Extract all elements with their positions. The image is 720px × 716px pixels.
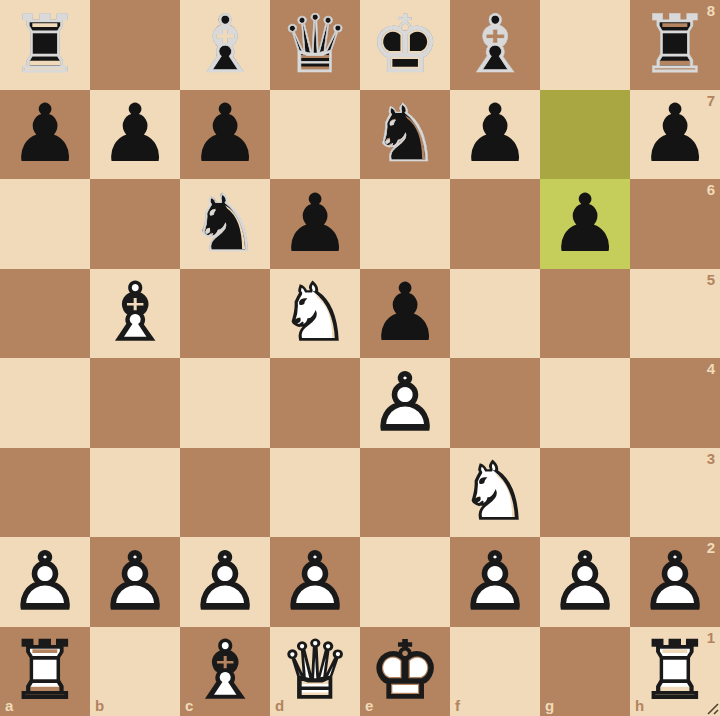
square-g7[interactable]: [540, 90, 630, 180]
file-label-b: b: [95, 697, 104, 714]
square-e2[interactable]: [360, 537, 450, 627]
rank-label-2: 2: [707, 539, 715, 556]
square-f7[interactable]: ♟♙: [450, 90, 540, 180]
square-f1[interactable]: f: [450, 627, 540, 716]
black-pawn[interactable]: ♟♙: [540, 179, 630, 269]
board-area: ♜♖♝♗♛♕♚♔♝♗♜♖8♟♙♟♙♟♙♞♘♟♙♟♙7♞♘♟♙♟♙6♝♗♞♘♟♙5…: [0, 0, 720, 716]
chess-board: ♜♖♝♗♛♕♚♔♝♗♜♖8♟♙♟♙♟♙♞♘♟♙♟♙7♞♘♟♙♟♙6♝♗♞♘♟♙5…: [0, 0, 720, 716]
white-rook[interactable]: ♜♖: [0, 627, 90, 716]
white-knight-outline: ♘: [270, 269, 360, 359]
square-g4[interactable]: [540, 358, 630, 448]
square-e7[interactable]: ♞♘: [360, 90, 450, 180]
square-e1[interactable]: ♚♔e: [360, 627, 450, 716]
white-king-outline: ♔: [360, 627, 450, 716]
white-pawn[interactable]: ♟♙: [270, 537, 360, 627]
square-h2[interactable]: ♟♙2: [630, 537, 720, 627]
black-pawn[interactable]: ♟♙: [0, 90, 90, 180]
square-g3[interactable]: [540, 448, 630, 538]
white-bishop-outline: ♗: [90, 269, 180, 359]
white-pawn[interactable]: ♟♙: [360, 358, 450, 448]
square-b2[interactable]: ♟♙: [90, 537, 180, 627]
black-pawn[interactable]: ♟♙: [90, 90, 180, 180]
rank-label-5: 5: [707, 271, 715, 288]
square-g5[interactable]: [540, 269, 630, 359]
square-d6[interactable]: ♟♙: [270, 179, 360, 269]
white-knight[interactable]: ♞♘: [450, 448, 540, 538]
square-f5[interactable]: [450, 269, 540, 359]
white-pawn-outline: ♙: [540, 537, 630, 627]
square-e6[interactable]: [360, 179, 450, 269]
square-h5[interactable]: 5: [630, 269, 720, 359]
square-c5[interactable]: [180, 269, 270, 359]
square-d7[interactable]: [270, 90, 360, 180]
black-pawn[interactable]: ♟♙: [270, 179, 360, 269]
black-pawn-glyph: ♟: [90, 90, 180, 180]
white-king[interactable]: ♚♔: [360, 627, 450, 716]
square-a2[interactable]: ♟♙: [0, 537, 90, 627]
black-knight-outline: ♘: [180, 179, 270, 269]
square-d8[interactable]: ♛♕: [270, 0, 360, 90]
black-king[interactable]: ♚♔: [360, 0, 450, 90]
rank-label-6: 6: [707, 181, 715, 198]
white-pawn-outline: ♙: [0, 537, 90, 627]
white-bishop-outline: ♗: [180, 627, 270, 716]
black-bishop[interactable]: ♝♗: [450, 0, 540, 90]
white-pawn-outline: ♙: [90, 537, 180, 627]
white-knight-outline: ♘: [450, 448, 540, 538]
black-knight[interactable]: ♞♘: [180, 179, 270, 269]
square-b5[interactable]: ♝♗: [90, 269, 180, 359]
square-f6[interactable]: [450, 179, 540, 269]
rank-label-8: 8: [707, 2, 715, 19]
black-pawn-glyph: ♟: [270, 179, 360, 269]
black-pawn[interactable]: ♟♙: [180, 90, 270, 180]
black-bishop[interactable]: ♝♗: [180, 0, 270, 90]
square-h3[interactable]: 3: [630, 448, 720, 538]
black-rook-outline: ♖: [0, 0, 90, 90]
white-pawn-outline: ♙: [360, 358, 450, 448]
square-h4[interactable]: 4: [630, 358, 720, 448]
square-e3[interactable]: [360, 448, 450, 538]
white-pawn[interactable]: ♟♙: [90, 537, 180, 627]
square-c3[interactable]: [180, 448, 270, 538]
square-d2[interactable]: ♟♙: [270, 537, 360, 627]
square-c6[interactable]: ♞♘: [180, 179, 270, 269]
square-g1[interactable]: g: [540, 627, 630, 716]
square-a4[interactable]: [0, 358, 90, 448]
square-d3[interactable]: [270, 448, 360, 538]
square-g6[interactable]: ♟♙: [540, 179, 630, 269]
white-rook-outline: ♖: [0, 627, 90, 716]
black-bishop-outline: ♗: [450, 0, 540, 90]
rank-label-4: 4: [707, 360, 715, 377]
square-a8[interactable]: ♜♖: [0, 0, 90, 90]
square-b7[interactable]: ♟♙: [90, 90, 180, 180]
file-label-d: d: [275, 697, 284, 714]
square-c1[interactable]: ♝♗c: [180, 627, 270, 716]
white-pawn[interactable]: ♟♙: [450, 537, 540, 627]
square-h8[interactable]: ♜♖8: [630, 0, 720, 90]
square-a7[interactable]: ♟♙: [0, 90, 90, 180]
file-label-h: h: [635, 697, 644, 714]
black-queen-outline: ♕: [270, 0, 360, 90]
white-knight[interactable]: ♞♘: [270, 269, 360, 359]
square-h6[interactable]: 6: [630, 179, 720, 269]
file-label-a: a: [5, 697, 13, 714]
black-pawn-glyph: ♟: [540, 179, 630, 269]
white-pawn[interactable]: ♟♙: [0, 537, 90, 627]
white-pawn-outline: ♙: [270, 537, 360, 627]
black-pawn[interactable]: ♟♙: [450, 90, 540, 180]
black-pawn-glyph: ♟: [180, 90, 270, 180]
square-c7[interactable]: ♟♙: [180, 90, 270, 180]
black-pawn-glyph: ♟: [450, 90, 540, 180]
file-label-f: f: [455, 697, 460, 714]
file-label-g: g: [545, 697, 554, 714]
black-knight-outline: ♘: [360, 90, 450, 180]
white-pawn-outline: ♙: [450, 537, 540, 627]
square-c4[interactable]: [180, 358, 270, 448]
white-bishop[interactable]: ♝♗: [180, 627, 270, 716]
square-b8[interactable]: [90, 0, 180, 90]
rank-label-7: 7: [707, 92, 715, 109]
rank-label-1: 1: [707, 629, 715, 646]
file-label-e: e: [365, 697, 373, 714]
square-e4[interactable]: ♟♙: [360, 358, 450, 448]
black-pawn[interactable]: ♟♙: [360, 269, 450, 359]
square-b3[interactable]: [90, 448, 180, 538]
white-pawn[interactable]: ♟♙: [540, 537, 630, 627]
white-pawn[interactable]: ♟♙: [180, 537, 270, 627]
square-b6[interactable]: [90, 179, 180, 269]
square-g8[interactable]: [540, 0, 630, 90]
square-c2[interactable]: ♟♙: [180, 537, 270, 627]
square-f2[interactable]: ♟♙: [450, 537, 540, 627]
square-e5[interactable]: ♟♙: [360, 269, 450, 359]
square-h7[interactable]: ♟♙7: [630, 90, 720, 180]
square-a3[interactable]: [0, 448, 90, 538]
white-bishop[interactable]: ♝♗: [90, 269, 180, 359]
square-f4[interactable]: [450, 358, 540, 448]
square-b1[interactable]: b: [90, 627, 180, 716]
black-knight[interactable]: ♞♘: [360, 90, 450, 180]
resize-handle-icon[interactable]: [703, 699, 719, 715]
square-e8[interactable]: ♚♔: [360, 0, 450, 90]
square-d5[interactable]: ♞♘: [270, 269, 360, 359]
black-queen[interactable]: ♛♕: [270, 0, 360, 90]
square-a1[interactable]: ♜♖a: [0, 627, 90, 716]
black-pawn-glyph: ♟: [0, 90, 90, 180]
square-a6[interactable]: [0, 179, 90, 269]
rank-label-3: 3: [707, 450, 715, 467]
square-a5[interactable]: [0, 269, 90, 359]
square-d1[interactable]: ♛♕d: [270, 627, 360, 716]
black-king-outline: ♔: [360, 0, 450, 90]
square-c8[interactable]: ♝♗: [180, 0, 270, 90]
square-g2[interactable]: ♟♙: [540, 537, 630, 627]
white-pawn-outline: ♙: [180, 537, 270, 627]
square-d4[interactable]: [270, 358, 360, 448]
black-rook[interactable]: ♜♖: [0, 0, 90, 90]
square-f3[interactable]: ♞♘: [450, 448, 540, 538]
file-label-c: c: [185, 697, 193, 714]
black-bishop-outline: ♗: [180, 0, 270, 90]
square-b4[interactable]: [90, 358, 180, 448]
black-pawn-glyph: ♟: [360, 269, 450, 359]
square-f8[interactable]: ♝♗: [450, 0, 540, 90]
